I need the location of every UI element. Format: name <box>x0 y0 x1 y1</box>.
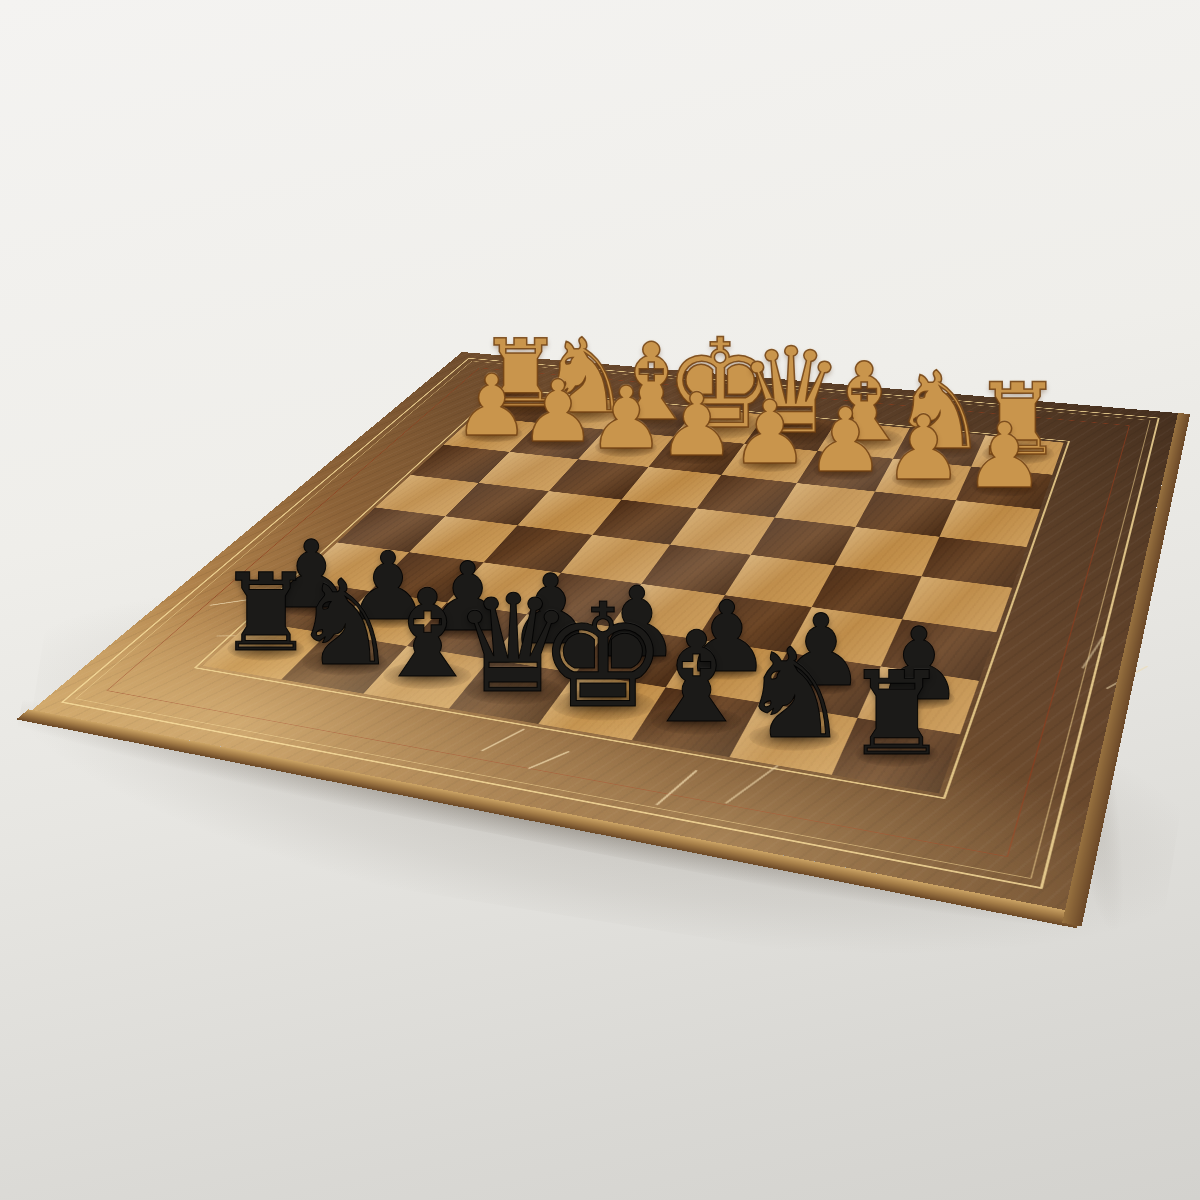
scratch-mark <box>481 728 526 751</box>
scratch-mark <box>1081 636 1104 669</box>
board-squares <box>203 390 1064 793</box>
scratch-mark <box>528 751 570 769</box>
scratch-mark <box>655 770 698 806</box>
photo-backdrop: ♜♞♝♚♛♝♞♜♟♟♟♟♟♟♟♟♟♟♟♟♟♟♟♟♜♞♝♛♚♝♞♜ <box>0 0 1200 1200</box>
board-playing-field <box>203 390 1064 793</box>
scratch-mark <box>725 763 782 804</box>
